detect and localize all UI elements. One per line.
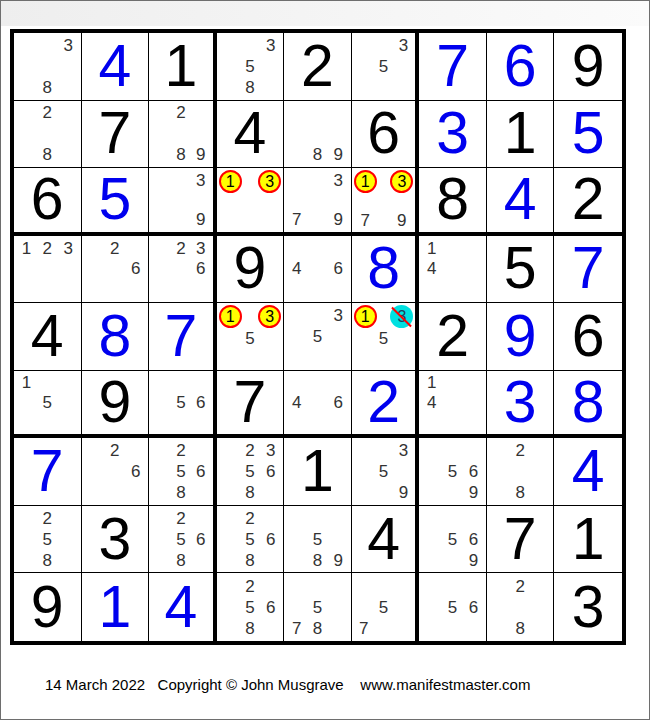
- cell-r4c1[interactable]: 123: [14, 236, 82, 304]
- cell-r3c1[interactable]: 6: [14, 168, 82, 236]
- candidate-4[interactable]: 4: [286, 393, 307, 413]
- candidate-6[interactable]: 6: [125, 259, 146, 280]
- candidate-grid: 569: [421, 440, 484, 503]
- cell-r7c5[interactable]: 1: [284, 438, 352, 506]
- cell-r6c4[interactable]: 7: [217, 371, 285, 439]
- eliminated-candidate-cyan[interactable]: 3: [390, 305, 413, 328]
- cell-r4c3[interactable]: 236: [149, 236, 217, 304]
- candidate-4[interactable]: 4: [421, 259, 442, 280]
- cell-r5c1[interactable]: 4: [14, 303, 82, 371]
- given-digit: 1: [504, 104, 537, 163]
- candidate-grid: 379: [286, 170, 349, 230]
- candidate-6[interactable]: 6: [463, 529, 484, 550]
- cell-r2c5[interactable]: 89: [284, 101, 352, 169]
- candidate-grid: 2568: [151, 440, 211, 503]
- cell-r9c9[interactable]: 3: [554, 573, 622, 641]
- cell-r1c5[interactable]: 2: [284, 33, 352, 101]
- candidate-grid: 14: [421, 373, 484, 433]
- candidate-3: 3: [258, 305, 281, 328]
- entered-digit: 7: [436, 37, 469, 96]
- entered-digit: 4: [504, 170, 537, 229]
- candidate-3[interactable]: 3: [58, 238, 79, 259]
- candidate-grid: 28: [16, 103, 79, 166]
- candidate-8[interactable]: 8: [307, 618, 328, 639]
- entered-digit: 8: [98, 307, 131, 366]
- candidate-9[interactable]: 9: [390, 211, 413, 229]
- cell-r7c4[interactable]: 23568: [217, 438, 285, 506]
- cell-r2c6[interactable]: 6: [352, 101, 420, 169]
- cell-r7c7[interactable]: 569: [419, 438, 487, 506]
- candidate-5[interactable]: 5: [171, 529, 191, 550]
- candidate-8[interactable]: 8: [307, 144, 328, 165]
- candidate-5[interactable]: 5: [171, 461, 191, 482]
- candidate-6[interactable]: 6: [260, 597, 281, 618]
- candidate-1: 1: [219, 170, 242, 193]
- candidate-2[interactable]: 2: [240, 508, 261, 529]
- candidate-5[interactable]: 5: [442, 461, 463, 482]
- candidate-8[interactable]: 8: [171, 144, 191, 165]
- candidate-7[interactable]: 7: [354, 211, 377, 229]
- candidate-grid: 236: [151, 238, 211, 301]
- candidate-9[interactable]: 9: [463, 550, 484, 571]
- given-digit: 4: [234, 104, 267, 163]
- given-digit: 7: [98, 104, 131, 163]
- candidate-8[interactable]: 8: [171, 550, 191, 571]
- candidate-5[interactable]: 5: [307, 326, 328, 347]
- candidate-2[interactable]: 2: [510, 575, 531, 596]
- candidate-6[interactable]: 6: [191, 259, 211, 280]
- footer-text: 14 March 2022 Copyright © John Musgrave …: [45, 676, 530, 693]
- candidate-8[interactable]: 8: [510, 482, 531, 503]
- candidate-5[interactable]: 5: [442, 529, 463, 550]
- candidate-2[interactable]: 2: [240, 575, 261, 596]
- entered-digit: 1: [98, 578, 131, 637]
- entered-digit: 7: [164, 307, 197, 366]
- candidate-grid: 89: [286, 103, 349, 166]
- highlighted-candidate-yellow[interactable]: 3: [258, 305, 281, 328]
- given-digit: 4: [31, 307, 64, 366]
- candidate-grid: 46: [286, 373, 349, 433]
- candidate-5[interactable]: 5: [37, 393, 58, 413]
- candidate-8[interactable]: 8: [240, 482, 261, 503]
- cell-r8c8[interactable]: 7: [487, 506, 555, 574]
- entered-digit: 7: [31, 442, 64, 501]
- given-digit: 6: [367, 104, 400, 163]
- highlighted-candidate-yellow[interactable]: 1: [219, 305, 242, 328]
- candidate-3[interactable]: 3: [58, 35, 79, 56]
- cell-r6c6[interactable]: 2: [352, 371, 420, 439]
- candidate-6[interactable]: 6: [260, 529, 281, 550]
- cell-r9c2[interactable]: 1: [82, 573, 150, 641]
- candidate-5[interactable]: 5: [377, 328, 391, 348]
- cell-r1c4[interactable]: 358: [217, 33, 285, 101]
- candidate-grid: 28: [489, 440, 552, 503]
- header-band: [1, 1, 649, 26]
- candidate-2[interactable]: 2: [104, 238, 125, 259]
- cell-r4c9[interactable]: 7: [554, 236, 622, 304]
- candidate-3[interactable]: 3: [328, 305, 349, 326]
- cell-r2c3[interactable]: 289: [149, 101, 217, 169]
- cell-r6c5[interactable]: 46: [284, 371, 352, 439]
- candidate-grid: 359: [354, 440, 414, 503]
- candidate-grid: 23568: [219, 440, 282, 503]
- candidate-grid: 2568: [219, 508, 282, 571]
- candidate-grid: 1379: [354, 170, 414, 230]
- candidate-5[interactable]: 5: [240, 529, 261, 550]
- candidate-3: 3: [390, 170, 413, 193]
- candidate-6[interactable]: 6: [125, 461, 146, 482]
- given-digit: 6: [31, 170, 64, 229]
- cell-r3c4[interactable]: 13: [217, 168, 285, 236]
- cell-r9c4[interactable]: 2568: [217, 573, 285, 641]
- entered-digit: 2: [367, 373, 400, 432]
- candidate-8[interactable]: 8: [307, 550, 328, 571]
- candidate-3[interactable]: 3: [393, 440, 413, 461]
- cell-r3c5[interactable]: 379: [284, 168, 352, 236]
- candidate-2[interactable]: 2: [171, 440, 191, 461]
- cell-r7c2[interactable]: 26: [82, 438, 150, 506]
- candidate-7[interactable]: 7: [286, 618, 307, 639]
- candidate-7[interactable]: 7: [286, 210, 307, 230]
- candidate-5[interactable]: 5: [242, 328, 259, 348]
- candidate-5[interactable]: 5: [374, 597, 394, 618]
- entered-digit: 8: [572, 373, 605, 432]
- given-digit: 2: [301, 37, 334, 96]
- cell-r9c6[interactable]: 57: [352, 573, 420, 641]
- cell-r5c8[interactable]: 9: [487, 303, 555, 371]
- candidate-8[interactable]: 8: [240, 618, 261, 639]
- candidate-grid: 2568: [151, 508, 211, 571]
- entered-digit: 7: [572, 239, 605, 298]
- candidate-6[interactable]: 6: [260, 461, 281, 482]
- cell-r8c7[interactable]: 569: [419, 506, 487, 574]
- cell-r5c4[interactable]: 135: [217, 303, 285, 371]
- cell-r4c8[interactable]: 5: [487, 236, 555, 304]
- candidate-9[interactable]: 9: [328, 210, 349, 230]
- cell-r8c6[interactable]: 4: [352, 506, 420, 574]
- entered-digit: 8: [367, 239, 400, 298]
- cell-r3c9[interactable]: 2: [554, 168, 622, 236]
- cell-r5c9[interactable]: 6: [554, 303, 622, 371]
- candidate-grid: 46: [286, 238, 349, 301]
- cell-r3c2[interactable]: 5: [82, 168, 150, 236]
- given-digit: 1: [301, 442, 334, 501]
- candidate-grid: 14: [421, 238, 484, 301]
- candidate-grid: 56: [151, 373, 211, 433]
- cell-r2c9[interactable]: 5: [554, 101, 622, 169]
- candidate-6[interactable]: 6: [328, 393, 349, 413]
- candidate-grid: 39: [151, 170, 211, 230]
- cell-r1c8[interactable]: 6: [487, 33, 555, 101]
- candidate-1[interactable]: 1: [421, 238, 442, 259]
- candidate-9[interactable]: 9: [463, 482, 484, 503]
- candidate-1[interactable]: 1: [16, 238, 37, 259]
- candidate-grid: 26: [84, 238, 147, 301]
- candidate-2[interactable]: 2: [240, 440, 261, 461]
- candidate-8[interactable]: 8: [240, 550, 261, 571]
- candidate-3[interactable]: 3: [191, 170, 211, 190]
- cell-r4c7[interactable]: 14: [419, 236, 487, 304]
- cell-r1c7[interactable]: 7: [419, 33, 487, 101]
- candidate-9[interactable]: 9: [191, 144, 211, 165]
- entered-digit: 3: [504, 373, 537, 432]
- cell-r7c9[interactable]: 4: [554, 438, 622, 506]
- candidate-grid: 56: [421, 575, 484, 639]
- entered-digit: 4: [572, 442, 605, 501]
- sudoku-board: 3841358235769287289489631565391337913798…: [10, 29, 626, 645]
- candidate-2[interactable]: 2: [171, 508, 191, 529]
- cell-r1c3[interactable]: 1: [149, 33, 217, 101]
- given-digit: 7: [234, 373, 267, 432]
- cell-r5c5[interactable]: 35: [284, 303, 352, 371]
- candidate-5[interactable]: 5: [171, 393, 191, 413]
- cell-r5c3[interactable]: 7: [149, 303, 217, 371]
- entered-digit: 4: [98, 37, 131, 96]
- candidate-2[interactable]: 2: [510, 440, 531, 461]
- entered-digit: 5: [572, 104, 605, 163]
- candidate-8[interactable]: 8: [37, 550, 58, 571]
- given-digit: 2: [436, 307, 469, 366]
- candidate-8[interactable]: 8: [37, 77, 58, 98]
- cell-r8c5[interactable]: 589: [284, 506, 352, 574]
- candidate-6[interactable]: 6: [191, 393, 211, 413]
- cell-r1c2[interactable]: 4: [82, 33, 150, 101]
- cell-r6c9[interactable]: 8: [554, 371, 622, 439]
- cell-r9c8[interactable]: 28: [487, 573, 555, 641]
- cell-r7c1[interactable]: 7: [14, 438, 82, 506]
- candidate-5[interactable]: 5: [374, 461, 394, 482]
- given-digit: 4: [367, 510, 400, 569]
- given-digit: 8: [436, 170, 469, 229]
- cell-r5c2[interactable]: 8: [82, 303, 150, 371]
- candidate-grid: 57: [354, 575, 414, 639]
- candidate-3[interactable]: 3: [328, 170, 349, 190]
- candidate-5[interactable]: 5: [307, 597, 328, 618]
- cell-r8c4[interactable]: 2568: [217, 506, 285, 574]
- candidate-2[interactable]: 2: [37, 238, 58, 259]
- candidate-grid: 258: [16, 508, 79, 571]
- cell-r6c3[interactable]: 56: [149, 371, 217, 439]
- cell-r6c1[interactable]: 15: [14, 371, 82, 439]
- highlighted-candidate-yellow[interactable]: 3: [258, 170, 281, 193]
- cell-r3c6[interactable]: 1379: [352, 168, 420, 236]
- candidate-8[interactable]: 8: [240, 77, 261, 98]
- candidate-5[interactable]: 5: [37, 529, 58, 550]
- candidate-5[interactable]: 5: [240, 56, 261, 77]
- candidate-2[interactable]: 2: [37, 508, 58, 529]
- given-digit: 5: [504, 239, 537, 298]
- candidate-5[interactable]: 5: [240, 461, 261, 482]
- candidate-3: 3: [390, 305, 413, 328]
- cell-r6c2[interactable]: 9: [82, 371, 150, 439]
- cell-r7c6[interactable]: 359: [352, 438, 420, 506]
- highlighted-candidate-yellow[interactable]: 1: [354, 170, 377, 193]
- candidate-5[interactable]: 5: [307, 529, 328, 550]
- highlighted-candidate-yellow[interactable]: 3: [390, 170, 413, 193]
- entered-digit: 3: [436, 104, 469, 163]
- candidate-grid: 15: [16, 373, 79, 433]
- cell-r8c9[interactable]: 1: [554, 506, 622, 574]
- given-digit: 9: [98, 373, 131, 432]
- candidate-3: 3: [258, 170, 281, 193]
- cell-r8c3[interactable]: 2568: [149, 506, 217, 574]
- page: 3841358235769287289489631565391337913798…: [0, 0, 650, 720]
- cell-r5c7[interactable]: 2: [419, 303, 487, 371]
- candidate-4[interactable]: 4: [421, 393, 442, 413]
- entered-digit: 6: [504, 37, 537, 96]
- entered-digit: 9: [504, 307, 537, 366]
- cell-r1c6[interactable]: 35: [352, 33, 420, 101]
- candidate-3[interactable]: 3: [260, 440, 281, 461]
- cell-r1c9[interactable]: 9: [554, 33, 622, 101]
- candidate-9[interactable]: 9: [191, 210, 211, 230]
- given-digit: 3: [98, 510, 131, 569]
- candidate-grid: 135: [219, 305, 282, 368]
- candidate-6[interactable]: 6: [191, 461, 211, 482]
- candidate-5[interactable]: 5: [374, 56, 394, 77]
- given-digit: 6: [572, 307, 605, 366]
- candidate-1[interactable]: 1: [16, 373, 37, 393]
- given-digit: 1: [572, 510, 605, 569]
- candidate-grid: 289: [151, 103, 211, 166]
- cell-r7c8[interactable]: 28: [487, 438, 555, 506]
- candidate-grid: 358: [219, 35, 282, 98]
- candidate-grid: 28: [489, 575, 552, 639]
- candidate-2[interactable]: 2: [171, 238, 191, 259]
- cell-r3c3[interactable]: 39: [149, 168, 217, 236]
- cell-r2c1[interactable]: 28: [14, 101, 82, 169]
- candidate-1: 1: [354, 305, 377, 328]
- cell-r3c8[interactable]: 4: [487, 168, 555, 236]
- candidate-8[interactable]: 8: [171, 482, 191, 503]
- given-digit: 9: [31, 578, 64, 637]
- given-digit: 7: [504, 510, 537, 569]
- cell-r1c1[interactable]: 38: [14, 33, 82, 101]
- given-digit: 1: [164, 37, 197, 96]
- candidate-grid: 569: [421, 508, 484, 571]
- given-digit: 2: [572, 170, 605, 229]
- cell-r4c6[interactable]: 8: [352, 236, 420, 304]
- candidate-1: 1: [354, 170, 377, 193]
- candidate-8[interactable]: 8: [510, 618, 531, 639]
- cell-r9c5[interactable]: 578: [284, 573, 352, 641]
- cell-r2c4[interactable]: 4: [217, 101, 285, 169]
- candidate-3[interactable]: 3: [393, 35, 413, 56]
- candidate-9[interactable]: 9: [393, 482, 413, 503]
- candidate-grid: 578: [286, 575, 349, 639]
- candidate-grid: 2568: [219, 575, 282, 639]
- strike-line: [392, 306, 413, 327]
- candidate-1[interactable]: 1: [421, 373, 442, 393]
- candidate-grid: 26: [84, 440, 147, 503]
- candidate-3[interactable]: 3: [260, 35, 281, 56]
- cell-r9c1[interactable]: 9: [14, 573, 82, 641]
- highlighted-candidate-yellow[interactable]: 1: [354, 305, 377, 328]
- candidate-grid: 35: [286, 305, 349, 368]
- cell-r8c2[interactable]: 3: [82, 506, 150, 574]
- candidate-1: 1: [219, 305, 242, 328]
- given-digit: 9: [572, 37, 605, 96]
- candidate-7[interactable]: 7: [354, 618, 374, 639]
- cell-r5c6[interactable]: 135: [352, 303, 420, 371]
- candidate-2[interactable]: 2: [104, 440, 125, 461]
- candidate-2[interactable]: 2: [171, 103, 191, 124]
- cell-r2c8[interactable]: 1: [487, 101, 555, 169]
- candidate-3[interactable]: 3: [191, 238, 211, 259]
- cell-r9c7[interactable]: 56: [419, 573, 487, 641]
- candidate-grid: 38: [16, 35, 79, 98]
- candidate-2[interactable]: 2: [37, 103, 58, 124]
- candidate-5[interactable]: 5: [240, 597, 261, 618]
- cell-r4c2[interactable]: 26: [82, 236, 150, 304]
- candidate-9[interactable]: 9: [328, 550, 349, 571]
- candidate-grid: 123: [16, 238, 79, 301]
- candidate-4[interactable]: 4: [286, 259, 307, 280]
- candidate-9[interactable]: 9: [328, 144, 349, 165]
- cell-r9c3[interactable]: 4: [149, 573, 217, 641]
- candidate-grid: 589: [286, 508, 349, 571]
- candidate-6[interactable]: 6: [328, 259, 349, 280]
- candidate-6[interactable]: 6: [463, 461, 484, 482]
- candidate-grid: 13: [219, 170, 282, 230]
- entered-digit: 4: [164, 578, 197, 637]
- cell-r4c4[interactable]: 9: [217, 236, 285, 304]
- candidate-5[interactable]: 5: [442, 597, 463, 618]
- entered-digit: 5: [98, 170, 131, 229]
- cell-r2c7[interactable]: 3: [419, 101, 487, 169]
- candidate-grid: 35: [354, 35, 414, 98]
- candidate-8[interactable]: 8: [37, 144, 58, 165]
- cell-r6c8[interactable]: 3: [487, 371, 555, 439]
- cell-r8c1[interactable]: 258: [14, 506, 82, 574]
- cell-r3c7[interactable]: 8: [419, 168, 487, 236]
- cell-r6c7[interactable]: 14: [419, 371, 487, 439]
- cell-r4c5[interactable]: 46: [284, 236, 352, 304]
- given-digit: 3: [572, 578, 605, 637]
- candidate-6[interactable]: 6: [191, 529, 211, 550]
- given-digit: 9: [234, 239, 267, 298]
- cell-r7c3[interactable]: 2568: [149, 438, 217, 506]
- candidate-6[interactable]: 6: [463, 597, 484, 618]
- cell-r2c2[interactable]: 7: [82, 101, 150, 169]
- candidate-grid: 135: [354, 305, 414, 368]
- highlighted-candidate-yellow[interactable]: 1: [219, 170, 242, 193]
